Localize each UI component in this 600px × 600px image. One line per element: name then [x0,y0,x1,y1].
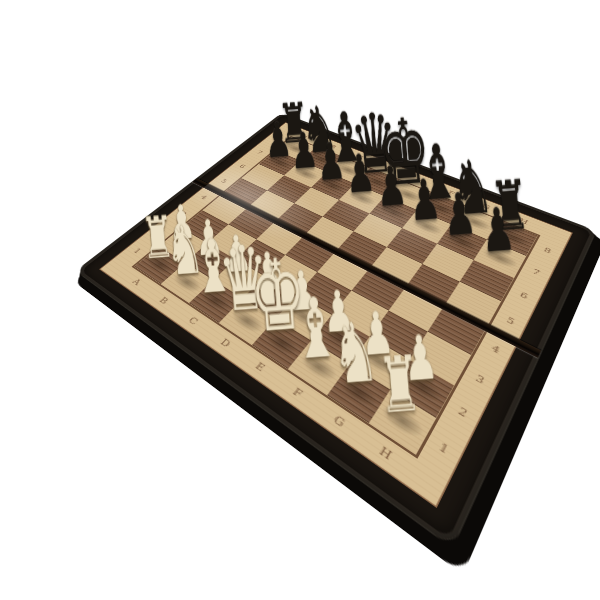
coordinate-label-F: F [291,387,304,400]
perspective-wrapper: ABCDEFGH ABCDEFGH 87654321 87654321 ♜♞♝♛… [0,0,600,600]
piece-black-pawn-g7[interactable]: ♟ [442,184,479,244]
coordinate-label-B: B [158,296,170,305]
piece-white-rook-h1[interactable]: ♜ [375,345,424,425]
camera-roll-wrapper: ABCDEFGH ABCDEFGH 87654321 87654321 ♜♞♝♛… [0,0,600,600]
piece-white-knight-g1[interactable]: ♞ [329,311,382,397]
coordinate-label-7: 7 [531,268,541,277]
coordinate-label-5: 5 [219,179,228,185]
piece-black-pawn-d7[interactable]: ♟ [344,146,377,200]
coordinate-label-H: H [377,445,393,462]
coordinate-label-2: 2 [456,406,468,419]
piece-black-pawn-e7[interactable]: ♟ [374,158,408,214]
product-photo: ABCDEFGH ABCDEFGH 87654321 87654321 ♜♞♝♛… [0,0,600,600]
coordinate-label-A: A [131,278,142,287]
coordinate-label-7: 7 [255,150,263,155]
chess-board: ABCDEFGH ABCDEFGH 87654321 87654321 ♜♞♝♛… [75,113,597,549]
coordinate-label-8: 8 [543,247,552,255]
coordinate-label-4: 4 [199,194,208,200]
piece-black-pawn-f7[interactable]: ♟ [407,171,442,229]
coordinate-label-E: E [254,361,267,373]
coordinate-label-D: D [219,338,232,349]
coordinate-label-3: 3 [474,374,486,386]
coordinate-label-1: 1 [437,442,450,457]
coordinate-label-4: 4 [490,344,501,355]
piece-black-pawn-h7[interactable]: ♟ [479,199,517,261]
coordinate-label-5: 5 [505,317,516,327]
